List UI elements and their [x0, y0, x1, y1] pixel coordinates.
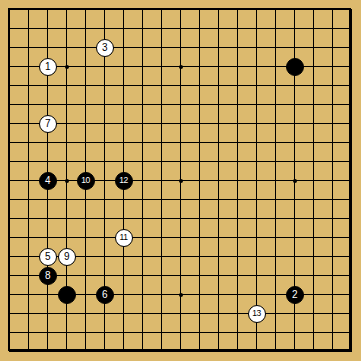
board-intersection: 10 [76, 171, 95, 190]
black-handicap-stone[interactable] [58, 286, 76, 304]
move-number: 2 [292, 290, 297, 300]
board-intersection: 11 [114, 228, 133, 247]
white-stone-move-9[interactable]: 9 [58, 248, 76, 266]
board-intersection: 6 [95, 285, 114, 304]
go-board[interactable]: 12345678910111213 [0, 0, 361, 361]
white-stone-move-11[interactable]: 11 [115, 229, 133, 247]
move-number: 13 [252, 309, 260, 318]
move-number: 6 [102, 290, 107, 300]
black-stone-move-6[interactable]: 6 [96, 286, 114, 304]
move-number: 3 [102, 43, 107, 53]
white-stone-move-13[interactable]: 13 [248, 305, 266, 323]
black-stone-move-2[interactable]: 2 [286, 286, 304, 304]
board-intersection: 3 [95, 38, 114, 57]
board-intersection: 1 [38, 57, 57, 76]
white-stone-move-1[interactable]: 1 [39, 58, 57, 76]
board-intersection: 9 [57, 247, 76, 266]
board-intersection [285, 57, 304, 76]
black-stone-move-10[interactable]: 10 [77, 172, 95, 190]
move-number: 10 [81, 176, 89, 185]
board-intersection: 5 [38, 247, 57, 266]
move-number: 4 [45, 176, 50, 186]
black-stone-move-12[interactable]: 12 [115, 172, 133, 190]
move-number: 5 [45, 252, 50, 262]
board-intersection: 2 [285, 285, 304, 304]
board-intersection: 12 [114, 171, 133, 190]
board-intersection [57, 285, 76, 304]
board-intersection: 13 [247, 304, 266, 323]
move-number: 9 [64, 252, 69, 262]
move-number: 7 [45, 119, 50, 129]
move-number: 1 [45, 62, 50, 72]
stones-layer: 12345678910111213 [0, 0, 361, 361]
move-number: 11 [120, 233, 128, 242]
board-intersection: 7 [38, 114, 57, 133]
white-stone-move-5[interactable]: 5 [39, 248, 57, 266]
white-stone-move-3[interactable]: 3 [96, 39, 114, 57]
board-intersection: 4 [38, 171, 57, 190]
move-number: 12 [119, 176, 127, 185]
black-handicap-stone[interactable] [286, 58, 304, 76]
white-stone-move-7[interactable]: 7 [39, 115, 57, 133]
black-stone-move-8[interactable]: 8 [39, 267, 57, 285]
black-stone-move-4[interactable]: 4 [39, 172, 57, 190]
board-intersection: 8 [38, 266, 57, 285]
move-number: 8 [45, 271, 50, 281]
